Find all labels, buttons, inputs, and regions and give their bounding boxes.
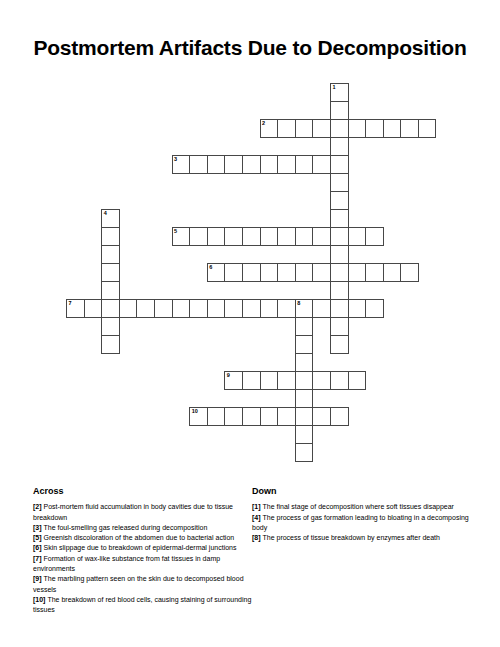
grid-cell[interactable] bbox=[101, 281, 120, 300]
grid-cell[interactable] bbox=[365, 299, 384, 318]
grid-cell[interactable] bbox=[154, 299, 173, 318]
grid-cell[interactable] bbox=[295, 317, 314, 336]
grid-cell[interactable] bbox=[260, 155, 279, 174]
grid-cell[interactable] bbox=[242, 371, 261, 390]
down-header: Down bbox=[252, 486, 480, 496]
clue-number: [5] bbox=[33, 534, 44, 541]
grid-cell[interactable]: 3 bbox=[172, 155, 191, 174]
grid-cell[interactable] bbox=[172, 299, 191, 318]
clue-across-7: [7] Formation of wax-like substance from… bbox=[33, 554, 252, 575]
grid-cell[interactable] bbox=[101, 227, 120, 246]
grid-cell[interactable] bbox=[224, 227, 243, 246]
grid-cell[interactable]: 10 bbox=[189, 407, 208, 426]
grid-cell[interactable] bbox=[295, 227, 314, 246]
grid-cell[interactable] bbox=[277, 263, 296, 282]
clue-number: [9] bbox=[33, 575, 44, 582]
clue-across-9: [9] The marbling pattern seen on the ski… bbox=[33, 574, 252, 595]
clue-number: [7] bbox=[33, 555, 44, 562]
grid-cell[interactable] bbox=[365, 227, 384, 246]
grid-cell[interactable]: 9 bbox=[224, 371, 243, 390]
grid-cell[interactable]: 1 bbox=[330, 83, 349, 102]
clue-across-6: [6] Skin slippage due to breakdown of ep… bbox=[33, 543, 252, 553]
grid-cell[interactable] bbox=[330, 209, 349, 228]
grid-cell[interactable] bbox=[260, 299, 279, 318]
clue-down-8: [8] The process of tissue breakdown by e… bbox=[252, 533, 480, 543]
grid-cell[interactable] bbox=[101, 245, 120, 264]
grid-cell[interactable] bbox=[418, 119, 437, 138]
grid-cell[interactable] bbox=[295, 425, 314, 444]
grid-cell[interactable]: 8 bbox=[295, 299, 314, 318]
grid-cell[interactable] bbox=[295, 407, 314, 426]
cell-number: 4 bbox=[104, 210, 107, 217]
grid-cell[interactable] bbox=[242, 299, 261, 318]
clue-down-4: [4] The process of gas formation leading… bbox=[252, 513, 480, 534]
grid-cell[interactable] bbox=[330, 119, 349, 138]
grid-cell[interactable] bbox=[330, 407, 349, 426]
grid-cell[interactable] bbox=[101, 263, 120, 282]
clue-number: [3] bbox=[33, 524, 44, 531]
grid-cell[interactable]: 6 bbox=[207, 263, 226, 282]
grid-cell[interactable] bbox=[207, 407, 226, 426]
grid-cell[interactable] bbox=[189, 155, 208, 174]
crossword-grid: 12345678910 bbox=[66, 83, 453, 461]
grid-cell[interactable] bbox=[277, 299, 296, 318]
grid-cell[interactable] bbox=[295, 371, 314, 390]
grid-cell[interactable] bbox=[295, 389, 314, 408]
grid-cell[interactable] bbox=[312, 299, 331, 318]
grid-cell[interactable] bbox=[330, 335, 349, 354]
cell-number: 2 bbox=[262, 120, 265, 127]
grid-cell[interactable]: 2 bbox=[260, 119, 279, 138]
clues-across-section: Across [2] Post-mortem fluid accumulatio… bbox=[33, 486, 252, 616]
grid-cell[interactable] bbox=[312, 407, 331, 426]
grid-cell[interactable] bbox=[348, 299, 367, 318]
grid-cell[interactable] bbox=[400, 119, 419, 138]
grid-cell[interactable] bbox=[207, 227, 226, 246]
grid-cell[interactable] bbox=[224, 155, 243, 174]
grid-cell[interactable] bbox=[277, 371, 296, 390]
clue-number: [4] bbox=[252, 514, 263, 521]
grid-cell[interactable] bbox=[295, 263, 314, 282]
grid-cell[interactable]: 5 bbox=[172, 227, 191, 246]
grid-cell[interactable] bbox=[330, 299, 349, 318]
grid-cell[interactable] bbox=[260, 371, 279, 390]
grid-cell[interactable] bbox=[242, 407, 261, 426]
grid-cell[interactable] bbox=[189, 299, 208, 318]
grid-cell[interactable] bbox=[365, 263, 384, 282]
grid-cell[interactable] bbox=[330, 227, 349, 246]
grid-cell[interactable] bbox=[295, 353, 314, 372]
cell-number: 7 bbox=[69, 300, 72, 307]
grid-cell[interactable] bbox=[330, 281, 349, 300]
grid-cell[interactable] bbox=[101, 299, 120, 318]
grid-cell[interactable] bbox=[295, 335, 314, 354]
grid-cell[interactable] bbox=[260, 227, 279, 246]
clue-across-10: [10] The breakdown of red blood cells, c… bbox=[33, 595, 252, 616]
grid-cell[interactable] bbox=[84, 299, 103, 318]
grid-cell[interactable] bbox=[312, 119, 331, 138]
cell-number: 6 bbox=[209, 264, 212, 271]
grid-cell[interactable] bbox=[277, 155, 296, 174]
down-clue-list: [1] The final stage of decomposition whe… bbox=[252, 502, 480, 543]
grid-cell[interactable] bbox=[277, 119, 296, 138]
grid-cell[interactable] bbox=[400, 263, 419, 282]
grid-cell[interactable] bbox=[207, 299, 226, 318]
cell-number: 3 bbox=[174, 156, 177, 163]
grid-cell[interactable] bbox=[101, 317, 120, 336]
grid-cell[interactable] bbox=[295, 119, 314, 138]
grid-cell[interactable] bbox=[277, 227, 296, 246]
clue-number: [6] bbox=[33, 544, 44, 551]
grid-cell[interactable] bbox=[295, 443, 314, 462]
cell-number: 9 bbox=[227, 372, 230, 379]
grid-cell[interactable] bbox=[312, 155, 331, 174]
grid-cell[interactable] bbox=[260, 407, 279, 426]
grid-cell[interactable] bbox=[383, 119, 402, 138]
grid-cell[interactable] bbox=[224, 407, 243, 426]
grid-cell[interactable] bbox=[277, 407, 296, 426]
grid-cell[interactable] bbox=[260, 263, 279, 282]
clue-across-2: [2] Post-mortem fluid accumulation in bo… bbox=[33, 502, 252, 523]
grid-cell[interactable] bbox=[242, 263, 261, 282]
grid-cell[interactable] bbox=[330, 371, 349, 390]
grid-cell[interactable] bbox=[330, 191, 349, 210]
clues-down-section: Down [1] The final stage of decompositio… bbox=[252, 486, 480, 543]
grid-cell[interactable]: 4 bbox=[101, 209, 120, 228]
across-clue-list: [2] Post-mortem fluid accumulation in bo… bbox=[33, 502, 252, 615]
clue-number: [2] bbox=[33, 503, 44, 510]
grid-cell[interactable] bbox=[330, 101, 349, 120]
clue-number: [1] bbox=[252, 503, 263, 510]
cell-number: 8 bbox=[297, 300, 300, 307]
grid-cell[interactable] bbox=[312, 371, 331, 390]
grid-cell[interactable]: 7 bbox=[66, 299, 85, 318]
clue-down-1: [1] The final stage of decomposition whe… bbox=[252, 502, 480, 512]
grid-cell[interactable] bbox=[119, 299, 138, 318]
cell-number: 10 bbox=[192, 408, 198, 415]
clue-across-5: [5] Greenish discoloration of the abdome… bbox=[33, 533, 252, 543]
grid-cell[interactable] bbox=[348, 263, 367, 282]
clue-number: [10] bbox=[33, 596, 47, 603]
grid-cell[interactable] bbox=[101, 335, 120, 354]
grid-cell[interactable] bbox=[330, 137, 349, 156]
grid-cell[interactable] bbox=[348, 119, 367, 138]
grid-cell[interactable] bbox=[312, 263, 331, 282]
across-header: Across bbox=[33, 486, 252, 496]
grid-cell[interactable] bbox=[242, 227, 261, 246]
grid-cell[interactable] bbox=[224, 299, 243, 318]
clue-number: [8] bbox=[252, 534, 263, 541]
grid-cell[interactable] bbox=[224, 263, 243, 282]
grid-cell[interactable] bbox=[207, 155, 226, 174]
grid-cell[interactable] bbox=[330, 317, 349, 336]
grid-cell[interactable] bbox=[348, 227, 367, 246]
grid-cell[interactable] bbox=[348, 371, 367, 390]
grid-cell[interactable] bbox=[383, 263, 402, 282]
grid-cell[interactable] bbox=[330, 245, 349, 264]
grid-cell[interactable] bbox=[189, 227, 208, 246]
grid-cell[interactable] bbox=[330, 263, 349, 282]
clue-across-3: [3] The foul-smelling gas released durin… bbox=[33, 523, 252, 533]
grid-cell[interactable] bbox=[242, 155, 261, 174]
grid-cell[interactable] bbox=[295, 155, 314, 174]
grid-cell[interactable] bbox=[136, 299, 155, 318]
cell-number: 1 bbox=[332, 84, 335, 91]
grid-cell[interactable] bbox=[365, 119, 384, 138]
grid-cell[interactable] bbox=[312, 227, 331, 246]
cell-number: 5 bbox=[174, 228, 177, 235]
grid-cell[interactable] bbox=[330, 173, 349, 192]
puzzle-title: Postmortem Artifacts Due to Decompositio… bbox=[0, 36, 500, 60]
grid-cell[interactable] bbox=[330, 155, 349, 174]
